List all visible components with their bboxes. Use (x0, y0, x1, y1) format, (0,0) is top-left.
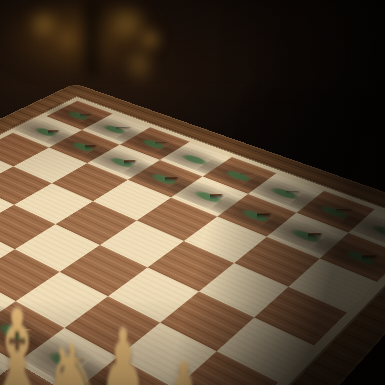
bokeh-light (28, 10, 60, 38)
board-squares: ♜♞♝♚♛♝♞♜♟♟♟♟♟♟♟♟♟♟♟♟♟♟♟♟♜♞♝♚♛♝♞♜ (0, 101, 385, 385)
white-rook: ♜ (106, 379, 166, 385)
black-pawn: ♟ (289, 178, 326, 245)
board-frame: ♜♞♝♚♛♝♞♜♟♟♟♟♟♟♟♟♟♟♟♟♟♟♟♟♜♞♝♚♛♝♞♜ (0, 83, 385, 385)
black-pawn: ♟ (69, 98, 101, 155)
photo-scene: Wooden Staunton chess set in the startin… (0, 0, 385, 385)
chessboard-3d: ♜♞♝♚♛♝♞♜♟♟♟♟♟♟♟♟♟♟♟♟♟♟♟♟♜♞♝♚♛♝♞♜ (0, 83, 385, 385)
black-pawn: ♟ (192, 143, 227, 206)
black-pawn: ♟ (32, 84, 63, 139)
black-pawn: ♟ (343, 198, 382, 267)
bokeh-light (56, 30, 78, 46)
black-pawn: ♟ (107, 112, 140, 171)
black-pawn: ♟ (239, 160, 275, 225)
white-knight: ♞ (41, 328, 107, 385)
dark-books-blur (205, 0, 385, 88)
board-border-strip: ♜♞♝♚♛♝♞♜♟♟♟♟♟♟♟♟♟♟♟♟♟♟♟♟♜♞♝♚♛♝♞♜ (0, 96, 385, 385)
black-pawn: ♟ (149, 127, 183, 188)
white-pawn: ♟ (159, 352, 208, 385)
